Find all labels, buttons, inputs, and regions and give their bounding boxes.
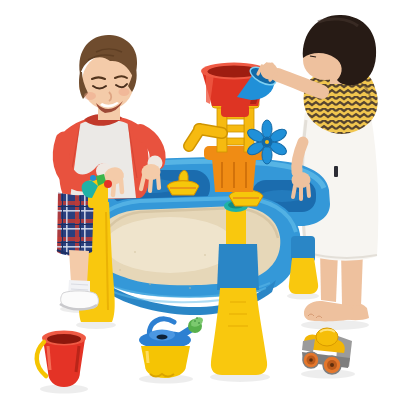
left-child-leg	[69, 250, 89, 284]
blush	[84, 92, 96, 100]
blush	[119, 88, 130, 96]
sand-highlight	[105, 217, 235, 273]
truck-bumper	[302, 339, 315, 352]
sand-water-table-scene	[0, 0, 400, 400]
corner-post-front	[224, 200, 248, 248]
truck-wheel	[323, 356, 341, 374]
table-leg-back-right	[289, 236, 318, 294]
truck-wheel	[303, 352, 319, 368]
blue-tool-knob	[90, 175, 96, 181]
product-photo	[0, 0, 400, 400]
right-child-head	[303, 15, 376, 85]
red-tool-knob	[104, 180, 112, 188]
apron-tag	[334, 166, 338, 177]
can-opening	[157, 334, 168, 339]
